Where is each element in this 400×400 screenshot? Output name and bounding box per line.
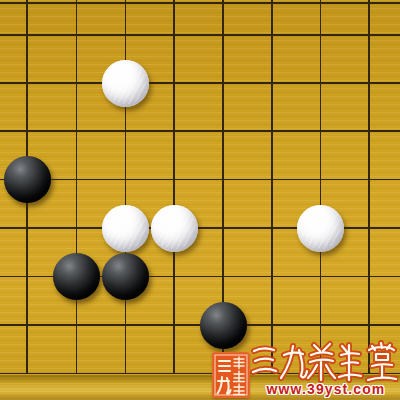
grid-line-vertical <box>368 0 369 374</box>
white-stone[interactable] <box>297 205 344 252</box>
grid-line-vertical <box>173 0 174 374</box>
grid-line-horizontal <box>0 34 400 35</box>
black-stone[interactable] <box>53 253 100 300</box>
black-stone[interactable] <box>200 302 247 349</box>
grid-line-horizontal <box>0 130 400 131</box>
grid-line-horizontal <box>0 373 400 374</box>
board-bottom-edge <box>0 375 400 400</box>
grid-line-horizontal <box>0 179 400 180</box>
grid-line-horizontal <box>0 2 400 3</box>
white-stone[interactable] <box>151 205 198 252</box>
grid-line-vertical <box>76 0 77 374</box>
grid-line-vertical <box>125 0 126 374</box>
go-board[interactable]: www.39yst.com <box>0 0 400 400</box>
grid-line-vertical <box>271 0 272 374</box>
black-stone[interactable] <box>4 156 51 203</box>
grid-line-horizontal <box>0 82 400 83</box>
grid-line-vertical <box>320 0 321 374</box>
black-stone[interactable] <box>102 253 149 300</box>
white-stone[interactable] <box>102 205 149 252</box>
white-stone[interactable] <box>102 60 149 107</box>
watermark: www.39yst.com <box>0 0 400 400</box>
